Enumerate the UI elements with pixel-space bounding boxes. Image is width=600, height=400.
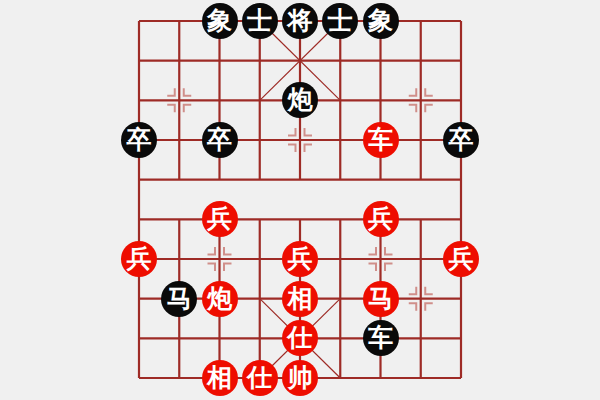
piece-red-elephant[interactable]: 相 [202, 360, 238, 396]
piece-black-horse[interactable]: 马 [161, 281, 197, 317]
piece-red-general[interactable]: 帅 [282, 360, 318, 396]
piece-red-soldier[interactable]: 兵 [202, 201, 238, 237]
piece-red-soldier[interactable]: 兵 [121, 241, 157, 277]
piece-black-soldier[interactable]: 卒 [443, 122, 479, 158]
piece-black-soldier[interactable]: 卒 [121, 122, 157, 158]
piece-grid: 象士将士象炮卒卒车卒兵兵兵兵兵马炮相马仕车相仕帅 [119, 1, 481, 398]
piece-black-general[interactable]: 将 [282, 3, 318, 39]
piece-black-chariot[interactable]: 车 [363, 320, 399, 356]
piece-red-soldier[interactable]: 兵 [363, 201, 399, 237]
piece-red-soldier[interactable]: 兵 [443, 241, 479, 277]
piece-red-advisor[interactable]: 仕 [282, 320, 318, 356]
piece-red-elephant[interactable]: 相 [282, 281, 318, 317]
piece-red-advisor[interactable]: 仕 [242, 360, 278, 396]
piece-black-elephant[interactable]: 象 [202, 3, 238, 39]
xiangqi-board: 象士将士象炮卒卒车卒兵兵兵兵兵马炮相马仕车相仕帅 [0, 0, 600, 400]
piece-black-elephant[interactable]: 象 [363, 3, 399, 39]
piece-black-advisor[interactable]: 士 [322, 3, 358, 39]
piece-red-chariot[interactable]: 车 [363, 122, 399, 158]
piece-black-advisor[interactable]: 士 [242, 3, 278, 39]
piece-black-cannon[interactable]: 炮 [282, 82, 318, 118]
piece-red-soldier[interactable]: 兵 [282, 241, 318, 277]
piece-red-horse[interactable]: 马 [363, 281, 399, 317]
piece-black-soldier[interactable]: 卒 [202, 122, 238, 158]
piece-red-cannon[interactable]: 炮 [202, 281, 238, 317]
